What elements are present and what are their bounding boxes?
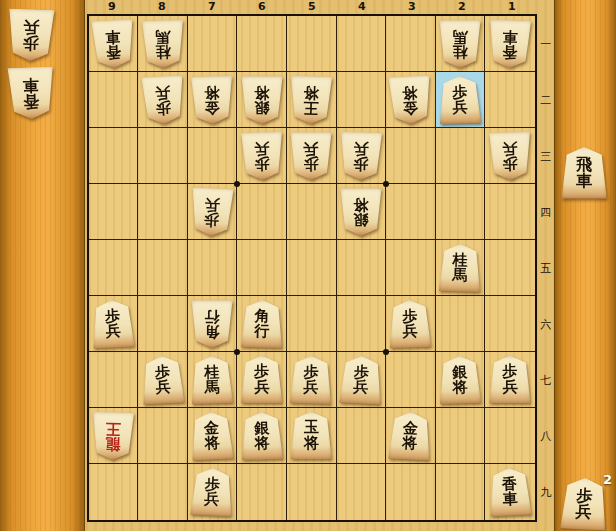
board-cell-3-5[interactable] xyxy=(386,240,436,296)
piece-face: 金将 xyxy=(191,75,234,124)
piece-kanji: 将 xyxy=(402,435,418,451)
board-cell-9-1[interactable]: 香車 xyxy=(89,16,139,72)
piece-kanji: 兵 xyxy=(155,379,171,395)
file-label-7: 7 xyxy=(187,0,237,14)
piece-face: 歩兵 xyxy=(241,356,283,404)
piece-kanji: 将 xyxy=(452,379,467,395)
piece-kanji: 馬 xyxy=(452,267,467,283)
piece-kanji: 兵 xyxy=(205,196,221,212)
shogi-piece-歩兵-sente[interactable]: 歩兵 xyxy=(489,356,531,404)
last-move-highlight-cell-2-2[interactable]: 歩兵 xyxy=(436,72,486,128)
board-cell-5-8[interactable]: 玉将 xyxy=(287,408,337,464)
shogi-piece-玉将-sente[interactable]: 玉将 xyxy=(290,412,332,460)
shogi-piece-歩兵-gote[interactable]: 歩兵 xyxy=(142,76,184,124)
piece-kanji: 兵 xyxy=(23,18,40,35)
piece-kanji: 将 xyxy=(304,436,319,451)
piece-kanji: 将 xyxy=(204,84,219,100)
piece-face: 歩兵 xyxy=(488,131,531,180)
piece-kanji: 馬 xyxy=(205,379,220,395)
piece-kanji: 兵 xyxy=(502,380,517,395)
piece-kanji: 将 xyxy=(402,84,418,100)
board-cell-6-2[interactable]: 銀将 xyxy=(237,72,287,128)
rank-label-1: 一 xyxy=(537,16,555,72)
piece-face: 香車 xyxy=(7,66,55,120)
piece-face: 香車 xyxy=(488,19,531,68)
shogi-board: 香車桂馬桂馬香車歩兵金将銀将王将金将歩兵歩兵歩兵歩兵歩兵歩兵銀将桂馬歩兵角行角行… xyxy=(87,14,537,522)
board-cell-9-5[interactable] xyxy=(89,240,139,296)
board-cell-7-5[interactable] xyxy=(188,240,238,296)
board-cell-9-7[interactable] xyxy=(89,352,139,408)
piece-face: 歩兵 xyxy=(7,8,55,62)
shogi-piece-歩兵-gote[interactable]: 歩兵 xyxy=(191,188,233,236)
board-cell-7-8[interactable]: 金将 xyxy=(188,408,238,464)
piece-face: 歩兵 xyxy=(240,131,283,180)
shogi-piece-金将-gote[interactable]: 金将 xyxy=(389,76,431,124)
shogi-piece-歩兵-sente[interactable]: 歩兵 xyxy=(561,478,607,530)
gote-hand-香車[interactable]: 香車 xyxy=(8,67,54,119)
shogi-piece-歩兵-gote[interactable]: 歩兵 xyxy=(241,132,283,180)
board-cell-8-9[interactable] xyxy=(138,464,188,520)
piece-kanji: 兵 xyxy=(106,323,122,339)
board-cell-3-9[interactable] xyxy=(386,464,436,520)
piece-kanji: 行 xyxy=(254,323,269,339)
piece-kanji: 兵 xyxy=(353,140,368,156)
board-cell-4-3[interactable]: 歩兵 xyxy=(337,128,387,184)
piece-face: 桂馬 xyxy=(439,20,481,68)
shogi-piece-歩兵-sente[interactable]: 歩兵 xyxy=(142,356,184,404)
piece-kanji: 車 xyxy=(502,492,518,508)
shogi-piece-金将-gote[interactable]: 金将 xyxy=(191,76,233,124)
file-label-8: 8 xyxy=(137,0,187,14)
piece-kanji: 兵 xyxy=(403,323,418,339)
piece-face: 歩兵 xyxy=(91,299,135,349)
board-cell-3-1[interactable] xyxy=(386,16,436,72)
piece-kanji: 兵 xyxy=(303,379,318,395)
shogi-piece-王将-gote[interactable]: 王将 xyxy=(290,76,332,124)
board-cell-5-2[interactable]: 王将 xyxy=(287,72,337,128)
rank-label-6: 六 xyxy=(537,296,555,352)
piece-face: 香車 xyxy=(91,19,135,69)
board-cell-9-3[interactable] xyxy=(89,128,139,184)
piece-kanji: 馬 xyxy=(155,28,170,44)
board-cell-1-3[interactable]: 歩兵 xyxy=(485,128,535,184)
shogi-piece-銀将-sente[interactable]: 銀将 xyxy=(241,412,283,460)
rank-label-2: 二 xyxy=(537,72,555,128)
shogi-piece-歩兵-gote[interactable]: 歩兵 xyxy=(8,9,54,61)
shogi-piece-金将-sente[interactable]: 金将 xyxy=(191,412,233,460)
piece-face: 桂馬 xyxy=(438,243,481,292)
board-cell-4-4[interactable]: 銀将 xyxy=(337,184,387,240)
board-cell-2-4[interactable] xyxy=(436,184,486,240)
board-area: 987654321 一二三四五六七八九 香車桂馬桂馬香車歩兵金将銀将王将金将歩兵… xyxy=(85,0,554,531)
shogi-piece-銀将-sente[interactable]: 銀将 xyxy=(439,356,481,404)
piece-face: 歩兵 xyxy=(190,467,234,517)
shogi-piece-角行-gote[interactable]: 角行 xyxy=(191,300,233,348)
board-cell-2-1[interactable]: 桂馬 xyxy=(436,16,486,72)
board-cell-5-7[interactable]: 歩兵 xyxy=(287,352,337,408)
board-cell-4-9[interactable] xyxy=(337,464,387,520)
shogi-piece-歩兵-sente[interactable]: 歩兵 xyxy=(191,468,233,516)
shogi-piece-歩兵-sente[interactable]: 歩兵 xyxy=(439,76,481,124)
board-cell-1-7[interactable]: 歩兵 xyxy=(485,352,535,408)
piece-face: 歩兵 xyxy=(339,355,383,405)
piece-kanji: 兵 xyxy=(204,492,220,508)
rank-label-7: 七 xyxy=(537,352,555,408)
board-cell-6-8[interactable]: 銀将 xyxy=(237,408,287,464)
board-cell-1-4[interactable] xyxy=(485,184,535,240)
file-label-5: 5 xyxy=(287,0,337,14)
piece-face: 香車 xyxy=(488,467,532,517)
piece-kanji: 車 xyxy=(502,28,517,44)
file-label-6: 6 xyxy=(237,0,287,14)
board-cell-4-5[interactable] xyxy=(337,240,387,296)
piece-face: 歩兵 xyxy=(389,299,432,348)
piece-kanji: 香 xyxy=(23,93,40,110)
file-label-9: 9 xyxy=(87,0,137,14)
piece-kanji: 兵 xyxy=(353,379,369,395)
board-cell-1-6[interactable] xyxy=(485,296,535,352)
rank-label-8: 八 xyxy=(537,408,555,464)
board-cell-7-1[interactable] xyxy=(188,16,238,72)
piece-face: 歩兵 xyxy=(339,131,382,180)
shogi-app: 歩兵香車 987654321 一二三四五六七八九 香車桂馬桂馬香車歩兵金将銀将王… xyxy=(0,0,616,531)
board-cell-7-3[interactable] xyxy=(188,128,238,184)
piece-face: 金将 xyxy=(190,411,234,461)
board-cell-1-5[interactable] xyxy=(485,240,535,296)
sente-hand-tray: 飛車歩兵2 xyxy=(554,0,616,531)
board-cell-6-9[interactable] xyxy=(237,464,287,520)
rank-label-5: 五 xyxy=(537,240,555,296)
shogi-piece-歩兵-sente[interactable]: 歩兵 xyxy=(92,300,134,348)
board-cell-6-4[interactable] xyxy=(237,184,287,240)
shogi-piece-香車-gote[interactable]: 香車 xyxy=(8,67,54,119)
star-point-2 xyxy=(383,181,389,187)
shogi-piece-角行-sente[interactable]: 角行 xyxy=(241,300,283,348)
board-cell-6-5[interactable] xyxy=(237,240,287,296)
board-cell-6-7[interactable]: 歩兵 xyxy=(237,352,287,408)
board-cell-2-3[interactable] xyxy=(436,128,486,184)
board-cell-7-4[interactable]: 歩兵 xyxy=(188,184,238,240)
board-cell-4-6[interactable] xyxy=(337,296,387,352)
piece-kanji: 歩 xyxy=(22,35,39,52)
board-cell-9-4[interactable] xyxy=(89,184,139,240)
board-cell-2-9[interactable] xyxy=(436,464,486,520)
piece-face: 飛車 xyxy=(561,147,607,199)
shogi-piece-歩兵-sente[interactable]: 歩兵 xyxy=(241,356,283,404)
board-cell-9-9[interactable] xyxy=(89,464,139,520)
sente-hand-飛車[interactable]: 飛車 xyxy=(561,147,607,199)
shogi-piece-金将-sente[interactable]: 金将 xyxy=(389,412,431,460)
board-cell-5-6[interactable] xyxy=(287,296,337,352)
shogi-piece-桂馬-sente[interactable]: 桂馬 xyxy=(191,356,233,404)
piece-face: 角行 xyxy=(240,299,283,348)
shogi-piece-歩兵-sente[interactable]: 歩兵 xyxy=(290,356,332,404)
piece-face: 銀将 xyxy=(340,188,382,236)
shogi-piece-銀将-gote[interactable]: 銀将 xyxy=(241,76,283,124)
file-label-3: 3 xyxy=(387,0,437,14)
piece-face: 角行 xyxy=(191,300,233,348)
board-cell-8-8[interactable] xyxy=(138,408,188,464)
board-cell-4-8[interactable] xyxy=(337,408,387,464)
board-cell-7-2[interactable]: 金将 xyxy=(188,72,238,128)
board-cell-9-8[interactable]: 龍王 xyxy=(89,408,139,464)
piece-kanji: 将 xyxy=(205,435,221,451)
piece-face: 歩兵 xyxy=(560,477,609,531)
piece-face: 歩兵 xyxy=(290,355,333,404)
board-cell-2-7[interactable]: 銀将 xyxy=(436,352,486,408)
shogi-piece-桂馬-gote[interactable]: 桂馬 xyxy=(439,20,481,68)
board-cell-2-6[interactable] xyxy=(436,296,486,352)
gote-hand-tray: 歩兵香車 xyxy=(0,0,85,531)
board-cell-1-8[interactable] xyxy=(485,408,535,464)
board-cell-3-6[interactable]: 歩兵 xyxy=(386,296,436,352)
board-cell-3-8[interactable]: 金将 xyxy=(386,408,436,464)
rank-label-3: 三 xyxy=(537,128,555,184)
piece-face: 王将 xyxy=(290,75,333,124)
board-cell-8-7[interactable]: 歩兵 xyxy=(138,352,188,408)
board-cell-5-1[interactable] xyxy=(287,16,337,72)
file-label-4: 4 xyxy=(337,0,387,14)
piece-kanji: 兵 xyxy=(575,504,592,521)
shogi-piece-飛車-sente[interactable]: 飛車 xyxy=(561,147,607,199)
board-cell-1-1[interactable]: 香車 xyxy=(485,16,535,72)
board-cell-2-8[interactable] xyxy=(436,408,486,464)
board-cell-1-2[interactable] xyxy=(485,72,535,128)
piece-face: 桂馬 xyxy=(191,355,234,404)
board-cell-1-9[interactable]: 香車 xyxy=(485,464,535,520)
piece-face: 歩兵 xyxy=(140,355,184,405)
board-cell-6-6[interactable]: 角行 xyxy=(237,296,287,352)
board-cell-3-3[interactable] xyxy=(386,128,436,184)
shogi-piece-歩兵-gote[interactable]: 歩兵 xyxy=(340,132,382,180)
piece-kanji: 兵 xyxy=(254,140,269,156)
board-cell-8-1[interactable]: 桂馬 xyxy=(138,16,188,72)
board-cell-5-3[interactable]: 歩兵 xyxy=(287,128,337,184)
piece-face: 金将 xyxy=(388,411,432,461)
rank-labels: 一二三四五六七八九 xyxy=(537,16,555,520)
shogi-piece-歩兵-sente[interactable]: 歩兵 xyxy=(340,356,382,404)
shogi-piece-香車-sente[interactable]: 香車 xyxy=(489,468,531,516)
board-cell-3-7[interactable] xyxy=(386,352,436,408)
rank-label-9: 九 xyxy=(537,464,555,520)
piece-kanji: 車 xyxy=(22,76,39,93)
shogi-piece-香車-gote[interactable]: 香車 xyxy=(92,20,134,68)
piece-face: 銀将 xyxy=(240,411,283,460)
piece-kanji: 将 xyxy=(353,196,368,211)
shogi-piece-桂馬-gote[interactable]: 桂馬 xyxy=(142,20,184,68)
board-cell-5-4[interactable] xyxy=(287,184,337,240)
piece-face: 金将 xyxy=(388,75,432,125)
board-cell-3-2[interactable]: 金将 xyxy=(386,72,436,128)
shogi-piece-歩兵-sente[interactable]: 歩兵 xyxy=(389,300,431,348)
piece-kanji: 兵 xyxy=(502,140,517,156)
board-cell-7-6[interactable]: 角行 xyxy=(188,296,238,352)
sente-hand-歩兵[interactable]: 歩兵 xyxy=(561,478,607,530)
board-cell-4-2[interactable] xyxy=(337,72,387,128)
shogi-piece-香車-gote[interactable]: 香車 xyxy=(489,20,531,68)
piece-kanji: 兵 xyxy=(154,84,170,100)
shogi-piece-歩兵-gote[interactable]: 歩兵 xyxy=(290,132,332,180)
board-cell-7-7[interactable]: 桂馬 xyxy=(188,352,238,408)
board-cell-6-3[interactable]: 歩兵 xyxy=(237,128,287,184)
file-label-2: 2 xyxy=(437,0,487,14)
board-cell-9-2[interactable] xyxy=(89,72,139,128)
board-cell-9-6[interactable]: 歩兵 xyxy=(89,296,139,352)
piece-face: 歩兵 xyxy=(290,132,332,180)
shogi-piece-桂馬-sente[interactable]: 桂馬 xyxy=(439,244,481,292)
board-cell-5-5[interactable] xyxy=(287,240,337,296)
file-labels: 987654321 xyxy=(87,0,537,14)
shogi-piece-龍王-gote[interactable]: 龍王 xyxy=(92,412,134,460)
piece-kanji: 兵 xyxy=(304,140,319,155)
piece-kanji: 車 xyxy=(576,173,592,189)
board-cell-2-5[interactable]: 桂馬 xyxy=(436,240,486,296)
piece-kanji: 兵 xyxy=(452,99,467,115)
piece-kanji: 兵 xyxy=(254,380,269,395)
piece-face: 歩兵 xyxy=(438,75,481,124)
piece-kanji: 将 xyxy=(254,435,269,451)
piece-kanji: 車 xyxy=(105,28,121,44)
piece-kanji: 王 xyxy=(106,420,121,436)
piece-face: 歩兵 xyxy=(489,356,531,404)
star-point-4 xyxy=(383,349,389,355)
sente-pawn-count: 2 xyxy=(603,472,612,487)
board-cell-5-9[interactable] xyxy=(287,464,337,520)
board-cell-4-7[interactable]: 歩兵 xyxy=(337,352,387,408)
piece-face: 歩兵 xyxy=(190,187,234,237)
shogi-piece-歩兵-gote[interactable]: 歩兵 xyxy=(489,132,531,180)
rank-label-4: 四 xyxy=(537,184,555,240)
piece-kanji: 行 xyxy=(205,308,220,323)
piece-face: 銀将 xyxy=(241,76,283,124)
board-cell-4-1[interactable] xyxy=(337,16,387,72)
shogi-piece-銀将-gote[interactable]: 銀将 xyxy=(340,188,382,236)
board-cell-7-9[interactable]: 歩兵 xyxy=(188,464,238,520)
board-cell-6-1[interactable] xyxy=(237,16,287,72)
board-cell-8-2[interactable]: 歩兵 xyxy=(138,72,188,128)
gote-hand-歩兵[interactable]: 歩兵 xyxy=(8,9,54,61)
piece-face: 銀将 xyxy=(438,355,481,404)
piece-kanji: 将 xyxy=(304,84,319,100)
board-cell-8-4[interactable] xyxy=(138,184,188,240)
board-cell-8-5[interactable] xyxy=(138,240,188,296)
piece-face: 龍王 xyxy=(91,411,134,460)
file-label-1: 1 xyxy=(487,0,537,14)
piece-kanji: 将 xyxy=(254,84,269,99)
piece-face: 桂馬 xyxy=(141,19,184,68)
board-cell-8-6[interactable] xyxy=(138,296,188,352)
piece-face: 歩兵 xyxy=(140,75,184,125)
piece-kanji: 馬 xyxy=(452,28,467,43)
board-cell-3-4[interactable] xyxy=(386,184,436,240)
piece-face: 玉将 xyxy=(290,412,332,460)
board-cell-8-3[interactable] xyxy=(138,128,188,184)
